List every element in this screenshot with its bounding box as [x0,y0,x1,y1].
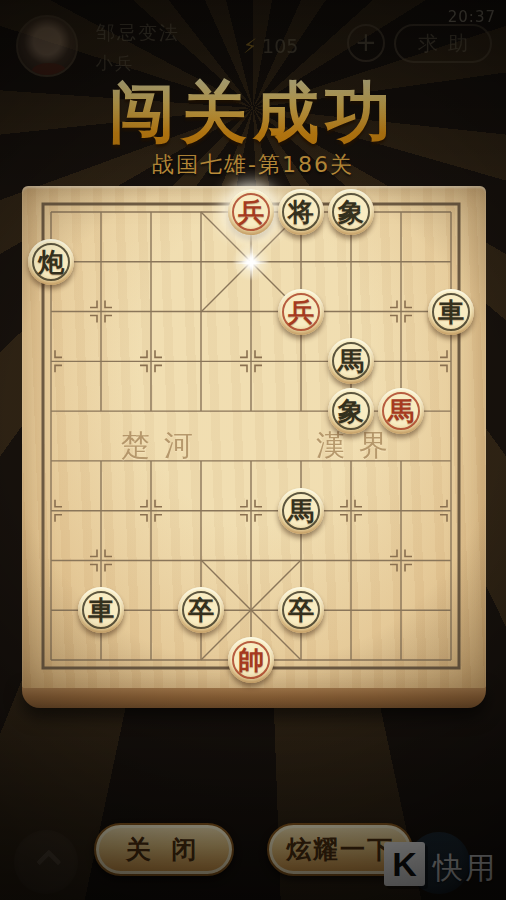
vignette-overlay [0,0,506,900]
level-cleared-screen: 20:37 邹忌变法 小兵 ⚡ 105 + 求助 闯关成功 战国七雄-第186关… [0,0,506,900]
